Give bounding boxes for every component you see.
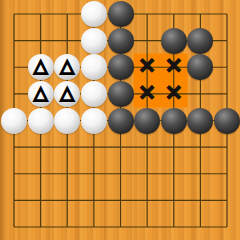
x-mark-icon[interactable]: ✕ xyxy=(165,83,183,104)
black-stone[interactable] xyxy=(187,108,213,134)
white-stone-triangle-marked[interactable]: △ xyxy=(54,81,80,107)
triangle-mark-icon: △ xyxy=(34,57,48,75)
white-stone[interactable] xyxy=(81,108,107,134)
white-stone-triangle-marked[interactable]: △ xyxy=(54,54,80,80)
black-stone[interactable] xyxy=(108,1,134,27)
screenshot-root: △△✕✕△△✕✕ xyxy=(0,0,240,240)
x-mark-icon[interactable]: ✕ xyxy=(165,56,183,77)
white-stone[interactable] xyxy=(28,108,54,134)
black-stone[interactable] xyxy=(187,54,213,80)
triangle-mark-icon: △ xyxy=(34,84,48,102)
white-stone[interactable] xyxy=(1,108,27,134)
white-stone[interactable] xyxy=(81,28,107,54)
triangle-mark-icon: △ xyxy=(60,57,74,75)
black-stone[interactable] xyxy=(108,81,134,107)
go-board[interactable]: △△✕✕△△✕✕ xyxy=(0,0,240,240)
black-stone[interactable] xyxy=(108,28,134,54)
white-stone-triangle-marked[interactable]: △ xyxy=(28,54,54,80)
black-stone[interactable] xyxy=(214,108,240,134)
white-stone[interactable] xyxy=(54,108,80,134)
black-stone[interactable] xyxy=(161,28,187,54)
black-stone[interactable] xyxy=(108,108,134,134)
black-stone[interactable] xyxy=(161,108,187,134)
white-stone[interactable] xyxy=(81,81,107,107)
white-stone[interactable] xyxy=(81,54,107,80)
white-stone-triangle-marked[interactable]: △ xyxy=(28,81,54,107)
x-mark-icon[interactable]: ✕ xyxy=(138,83,156,104)
x-mark-icon[interactable]: ✕ xyxy=(138,56,156,77)
black-stone[interactable] xyxy=(108,54,134,80)
white-stone[interactable] xyxy=(81,1,107,27)
black-stone[interactable] xyxy=(134,108,160,134)
black-stone[interactable] xyxy=(187,28,213,54)
triangle-mark-icon: △ xyxy=(60,84,74,102)
